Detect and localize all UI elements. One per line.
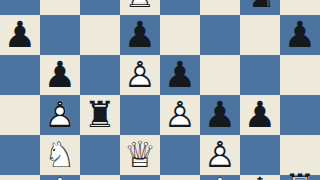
- black-piece-glyph: ♟: [40, 55, 80, 95]
- black-piece-glyph: ♟: [200, 95, 240, 135]
- white-piece-outline: ♕: [120, 135, 160, 175]
- piece-white-pawn-e3[interactable]: ♟♙: [160, 95, 200, 135]
- square-e1[interactable]: [160, 175, 200, 180]
- white-piece-outline: ♙: [40, 95, 80, 135]
- square-a1[interactable]: [0, 175, 40, 180]
- square-c2[interactable]: [80, 135, 120, 175]
- chess-board-viewport: ♜♖♞♟♟♟♟♟♙♟♟♙♜♟♙♟♟♞♘♛♕♟♙♝♗♝♗♚♔♜♖: [0, 0, 320, 180]
- piece-white-king-g1[interactable]: ♚♔: [240, 171, 280, 180]
- piece-white-pawn-b3[interactable]: ♟♙: [40, 95, 80, 135]
- square-a3[interactable]: [0, 95, 40, 135]
- white-piece-outline: ♗: [200, 171, 240, 180]
- piece-black-pawn-h5[interactable]: ♟: [280, 15, 320, 55]
- square-d1[interactable]: [120, 175, 160, 180]
- piece-white-knight-b2[interactable]: ♞♘: [40, 135, 80, 175]
- piece-white-queen-d2[interactable]: ♛♕: [120, 135, 160, 175]
- square-b5[interactable]: [40, 15, 80, 55]
- square-a4[interactable]: [0, 55, 40, 95]
- square-f5[interactable]: [200, 15, 240, 55]
- square-c4[interactable]: [80, 55, 120, 95]
- white-piece-outline: ♖: [120, 0, 160, 15]
- square-c6[interactable]: [80, 0, 120, 15]
- black-piece-glyph: ♟: [120, 15, 160, 55]
- piece-black-knight-g6[interactable]: ♞: [240, 0, 280, 15]
- square-g2[interactable]: [240, 135, 280, 175]
- piece-white-rook-h1[interactable]: ♜♖: [280, 168, 320, 180]
- square-a2[interactable]: [0, 135, 40, 175]
- square-f6[interactable]: [200, 0, 240, 15]
- square-g5[interactable]: [240, 15, 280, 55]
- piece-white-pawn-d4[interactable]: ♟♙: [120, 55, 160, 95]
- black-piece-glyph: ♟: [160, 55, 200, 95]
- chess-board: ♜♖♞♟♟♟♟♟♙♟♟♙♜♟♙♟♟♞♘♛♕♟♙♝♗♝♗♚♔♜♖: [0, 0, 320, 180]
- square-c5[interactable]: [80, 15, 120, 55]
- square-h3[interactable]: [280, 95, 320, 135]
- white-piece-outline: ♖: [280, 168, 320, 180]
- black-piece-glyph: ♞: [240, 0, 280, 15]
- piece-white-bishop-b1[interactable]: ♝♗: [40, 171, 80, 180]
- square-e5[interactable]: [160, 15, 200, 55]
- square-a6[interactable]: [0, 0, 40, 15]
- piece-black-pawn-b4[interactable]: ♟: [40, 55, 80, 95]
- white-piece-outline: ♙: [120, 55, 160, 95]
- white-piece-outline: ♙: [200, 135, 240, 175]
- white-piece-outline: ♔: [240, 171, 280, 180]
- black-piece-glyph: ♜: [80, 95, 120, 135]
- square-h6[interactable]: [280, 0, 320, 15]
- square-b6[interactable]: [40, 0, 80, 15]
- square-g4[interactable]: [240, 55, 280, 95]
- white-piece-outline: ♘: [40, 135, 80, 175]
- black-piece-glyph: ♟: [280, 15, 320, 55]
- piece-black-rook-c3[interactable]: ♜: [80, 95, 120, 135]
- piece-black-pawn-f3[interactable]: ♟: [200, 95, 240, 135]
- piece-black-pawn-a5[interactable]: ♟: [0, 15, 40, 55]
- square-f4[interactable]: [200, 55, 240, 95]
- square-e2[interactable]: [160, 135, 200, 175]
- piece-white-bishop-f1[interactable]: ♝♗: [200, 171, 240, 180]
- square-h4[interactable]: [280, 55, 320, 95]
- white-piece-outline: ♗: [40, 171, 80, 180]
- square-d3[interactable]: [120, 95, 160, 135]
- piece-white-pawn-f2[interactable]: ♟♙: [200, 135, 240, 175]
- piece-white-rook-d6[interactable]: ♜♖: [120, 0, 160, 15]
- square-e6[interactable]: [160, 0, 200, 15]
- piece-black-pawn-g3[interactable]: ♟: [240, 95, 280, 135]
- piece-black-pawn-d5[interactable]: ♟: [120, 15, 160, 55]
- square-c1[interactable]: [80, 175, 120, 180]
- black-piece-glyph: ♟: [240, 95, 280, 135]
- black-piece-glyph: ♟: [0, 15, 40, 55]
- white-piece-outline: ♙: [160, 95, 200, 135]
- piece-black-pawn-e4[interactable]: ♟: [160, 55, 200, 95]
